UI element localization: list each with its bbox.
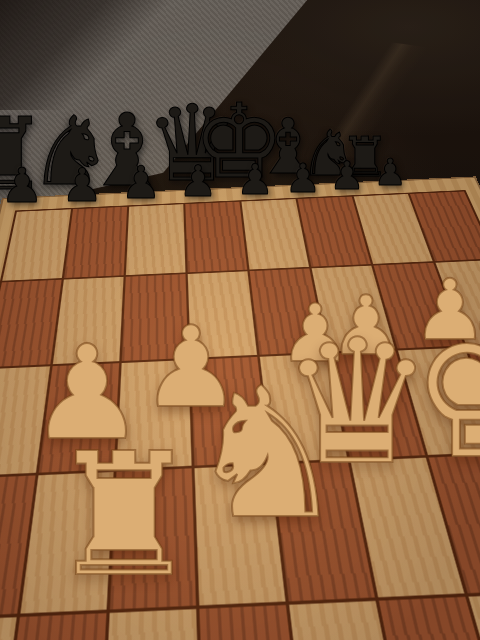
photo-frame: ♜♞♝♛♚♝♞♜♟♟♟♟♟♟♟♟♟♟♟♟♟♚♛♞♜ [0, 0, 480, 640]
piece-black-pawn-b7[interactable]: ♟ [61, 162, 102, 208]
piece-black-pawn-a7[interactable]: ♟ [0, 161, 43, 209]
piece-white-knight-d3[interactable]: ♞ [186, 364, 347, 544]
piece-black-pawn-c7[interactable]: ♟ [121, 160, 161, 205]
piece-black-pawn-e7[interactable]: ♟ [236, 159, 274, 201]
piece-black-pawn-h7[interactable]: ♟ [373, 154, 406, 191]
square-a4[interactable] [0, 617, 17, 640]
piece-black-pawn-g7[interactable]: ♟ [330, 156, 365, 195]
square-b8[interactable] [64, 207, 127, 278]
piece-white-rook-b3[interactable]: ♜ [48, 430, 200, 600]
square-c8[interactable] [126, 204, 186, 275]
piece-black-pawn-f7[interactable]: ♟ [285, 158, 321, 198]
square-d8[interactable] [185, 202, 247, 273]
square-f4[interactable] [379, 597, 480, 640]
piece-black-pawn-d7[interactable]: ♟ [179, 160, 218, 203]
square-a8[interactable] [2, 209, 71, 280]
